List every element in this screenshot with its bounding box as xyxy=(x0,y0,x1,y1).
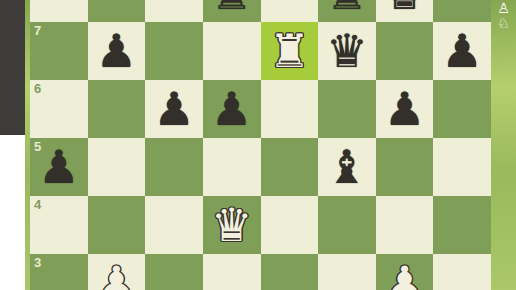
square-g5[interactable] xyxy=(376,138,434,196)
piece-black-pawn-a5[interactable]: ♟ xyxy=(38,138,79,196)
square-h4[interactable] xyxy=(433,196,491,254)
square-e6[interactable] xyxy=(261,80,319,138)
square-b5[interactable] xyxy=(88,138,146,196)
square-c7[interactable] xyxy=(145,22,203,80)
square-f5[interactable]: ♝ xyxy=(318,138,376,196)
square-f8[interactable]: ♜ xyxy=(318,0,376,22)
square-c5[interactable] xyxy=(145,138,203,196)
square-b8[interactable] xyxy=(88,0,146,22)
square-g3[interactable]: ♟ xyxy=(376,254,434,290)
piece-white-pawn-g3[interactable]: ♟ xyxy=(384,254,425,290)
rank-label-5: 5 xyxy=(34,140,41,153)
square-h3[interactable] xyxy=(433,254,491,290)
piece-black-bishop-f5[interactable]: ♝ xyxy=(326,138,367,196)
square-a4[interactable]: 4 xyxy=(30,196,88,254)
piece-white-pawn-b3[interactable]: ♟ xyxy=(96,254,137,290)
square-f3[interactable] xyxy=(318,254,376,290)
square-e7[interactable]: ♜ xyxy=(261,22,319,80)
eval-bar-black-segment xyxy=(0,0,25,135)
square-b3[interactable]: ♟ xyxy=(88,254,146,290)
chess-board: ♜♜♚7♟♜♛♟6♟♟♟5♟♝4♛3♟♟ xyxy=(30,0,491,290)
square-a8[interactable] xyxy=(30,0,88,22)
square-a7[interactable]: 7 xyxy=(30,22,88,80)
rank-label-3: 3 xyxy=(34,256,41,269)
piece-black-pawn-c6[interactable]: ♟ xyxy=(153,80,194,138)
rank-label-7: 7 xyxy=(34,24,41,37)
square-g4[interactable] xyxy=(376,196,434,254)
board-edge-right: ♙ ♘ xyxy=(491,0,516,290)
square-h5[interactable] xyxy=(433,138,491,196)
piece-black-pawn-g6[interactable]: ♟ xyxy=(384,80,425,138)
square-g8[interactable]: ♚ xyxy=(376,0,434,22)
square-h6[interactable] xyxy=(433,80,491,138)
square-c8[interactable] xyxy=(145,0,203,22)
square-e8[interactable] xyxy=(261,0,319,22)
square-f4[interactable] xyxy=(318,196,376,254)
piece-black-rook-d8[interactable]: ♜ xyxy=(211,0,252,22)
square-c6[interactable]: ♟ xyxy=(145,80,203,138)
white-pawn-icon: ♙ xyxy=(497,1,510,16)
square-b7[interactable]: ♟ xyxy=(88,22,146,80)
square-a6[interactable]: 6 xyxy=(30,80,88,138)
square-h7[interactable]: ♟ xyxy=(433,22,491,80)
square-d7[interactable] xyxy=(203,22,261,80)
piece-black-queen-f7[interactable]: ♛ xyxy=(326,22,367,80)
square-a3[interactable]: 3 xyxy=(30,254,88,290)
square-d3[interactable] xyxy=(203,254,261,290)
piece-white-rook-e7[interactable]: ♜ xyxy=(269,22,310,80)
rank-label-4: 4 xyxy=(34,198,41,211)
square-g7[interactable] xyxy=(376,22,434,80)
square-e3[interactable] xyxy=(261,254,319,290)
square-d8[interactable]: ♜ xyxy=(203,0,261,22)
piece-black-king-g8[interactable]: ♚ xyxy=(384,0,425,22)
piece-black-pawn-d6[interactable]: ♟ xyxy=(211,80,252,138)
square-b4[interactable] xyxy=(88,196,146,254)
square-f7[interactable]: ♛ xyxy=(318,22,376,80)
white-knight-icon: ♘ xyxy=(497,16,510,31)
square-f6[interactable] xyxy=(318,80,376,138)
eval-bar xyxy=(0,0,25,290)
piece-black-pawn-h7[interactable]: ♟ xyxy=(442,22,483,80)
chess-app: ♜♜♚7♟♜♛♟6♟♟♟5♟♝4♛3♟♟ ♙ ♘ xyxy=(0,0,516,290)
square-b6[interactable] xyxy=(88,80,146,138)
square-d4[interactable]: ♛ xyxy=(203,196,261,254)
piece-black-rook-f8[interactable]: ♜ xyxy=(326,0,367,22)
square-a5[interactable]: 5♟ xyxy=(30,138,88,196)
square-h8[interactable] xyxy=(433,0,491,22)
eval-bar-white-segment xyxy=(0,135,25,290)
square-d6[interactable]: ♟ xyxy=(203,80,261,138)
board-grid: ♜♜♚7♟♜♛♟6♟♟♟5♟♝4♛3♟♟ xyxy=(30,0,491,290)
rank-label-6: 6 xyxy=(34,82,41,95)
square-c4[interactable] xyxy=(145,196,203,254)
piece-white-queen-d4[interactable]: ♛ xyxy=(211,196,252,254)
square-d5[interactable] xyxy=(203,138,261,196)
piece-black-pawn-b7[interactable]: ♟ xyxy=(96,22,137,80)
square-g6[interactable]: ♟ xyxy=(376,80,434,138)
square-e4[interactable] xyxy=(261,196,319,254)
square-c3[interactable] xyxy=(145,254,203,290)
square-e5[interactable] xyxy=(261,138,319,196)
